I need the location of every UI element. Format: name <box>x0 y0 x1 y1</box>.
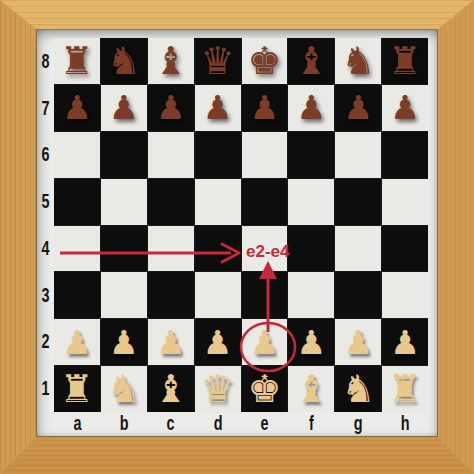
square-g8[interactable]: ♞ <box>335 38 381 84</box>
file-label-b: b <box>101 411 148 436</box>
piece-bb-c8[interactable]: ♝ <box>154 42 188 80</box>
square-c2[interactable]: ♟ <box>148 319 194 365</box>
square-e2[interactable]: ♟ <box>242 319 288 365</box>
piece-wp-a2[interactable]: ♟ <box>62 326 92 359</box>
square-h7[interactable]: ♟ <box>382 85 428 131</box>
square-e1[interactable]: ♚ <box>242 366 288 412</box>
square-g3[interactable] <box>335 272 381 318</box>
square-b5[interactable] <box>101 179 147 225</box>
square-f3[interactable] <box>288 272 334 318</box>
square-c1[interactable]: ♝ <box>148 366 194 412</box>
square-a2[interactable]: ♟ <box>54 319 100 365</box>
square-c4[interactable] <box>148 226 194 272</box>
rank-label-1: 1 <box>37 365 54 412</box>
rank-label-4: 4 <box>37 225 54 272</box>
square-h2[interactable]: ♟ <box>382 319 428 365</box>
square-d5[interactable] <box>195 179 241 225</box>
piece-bb-f8[interactable]: ♝ <box>294 42 328 80</box>
square-h1[interactable]: ♜ <box>382 366 428 412</box>
square-g1[interactable]: ♞ <box>335 366 381 412</box>
board-grid: ♜♞♝♛♚♝♞♜♟♟♟♟♟♟♟♟♟♟♟♟♟♟♟♟♜♞♝♛♚♝♞♜ <box>54 38 428 412</box>
square-f1[interactable]: ♝ <box>288 366 334 412</box>
piece-bp-c7[interactable]: ♟ <box>156 91 186 124</box>
square-g5[interactable] <box>335 179 381 225</box>
square-f2[interactable]: ♟ <box>288 319 334 365</box>
square-h8[interactable]: ♜ <box>382 38 428 84</box>
square-d2[interactable]: ♟ <box>195 319 241 365</box>
piece-wp-f2[interactable]: ♟ <box>297 326 327 359</box>
square-d7[interactable]: ♟ <box>195 85 241 131</box>
piece-wp-b2[interactable]: ♟ <box>109 326 139 359</box>
square-g4[interactable] <box>335 226 381 272</box>
square-a5[interactable] <box>54 179 100 225</box>
square-d4[interactable] <box>195 226 241 272</box>
piece-bp-g7[interactable]: ♟ <box>343 91 373 124</box>
square-e7[interactable]: ♟ <box>242 85 288 131</box>
square-a1[interactable]: ♜ <box>54 366 100 412</box>
square-c5[interactable] <box>148 179 194 225</box>
square-a3[interactable] <box>54 272 100 318</box>
square-e8[interactable]: ♚ <box>242 38 288 84</box>
piece-bp-d7[interactable]: ♟ <box>203 91 233 124</box>
file-label-f: f <box>288 411 335 436</box>
piece-wp-c2[interactable]: ♟ <box>156 326 186 359</box>
piece-bp-f7[interactable]: ♟ <box>297 91 327 124</box>
square-h4[interactable] <box>382 226 428 272</box>
piece-bp-a7[interactable]: ♟ <box>62 91 92 124</box>
piece-wp-h2[interactable]: ♟ <box>390 326 420 359</box>
piece-br-h8[interactable]: ♜ <box>388 42 422 80</box>
square-g7[interactable]: ♟ <box>335 85 381 131</box>
piece-bp-b7[interactable]: ♟ <box>109 91 139 124</box>
piece-wb-f1[interactable]: ♝ <box>294 370 328 408</box>
square-c3[interactable] <box>148 272 194 318</box>
square-a4[interactable] <box>54 226 100 272</box>
square-g6[interactable] <box>335 132 381 178</box>
file-label-d: d <box>194 411 241 436</box>
piece-wn-b1[interactable]: ♞ <box>107 370 141 408</box>
rank-label-6: 6 <box>37 132 54 179</box>
square-f7[interactable]: ♟ <box>288 85 334 131</box>
piece-wp-g2[interactable]: ♟ <box>343 326 373 359</box>
move-label: e2-e4 <box>246 242 289 262</box>
square-c7[interactable]: ♟ <box>148 85 194 131</box>
file-label-c: c <box>148 411 195 436</box>
square-f8[interactable]: ♝ <box>288 38 334 84</box>
piece-bp-h7[interactable]: ♟ <box>390 91 420 124</box>
square-h3[interactable] <box>382 272 428 318</box>
file-labels: abcdefgh <box>54 411 428 436</box>
square-c6[interactable] <box>148 132 194 178</box>
piece-wr-a1[interactable]: ♜ <box>60 370 94 408</box>
square-b8[interactable]: ♞ <box>101 38 147 84</box>
piece-wb-c1[interactable]: ♝ <box>154 370 188 408</box>
square-b7[interactable]: ♟ <box>101 85 147 131</box>
square-e3[interactable] <box>242 272 288 318</box>
piece-wp-e2[interactable]: ♟ <box>250 326 280 359</box>
piece-br-a8[interactable]: ♜ <box>60 42 94 80</box>
square-f4[interactable] <box>288 226 334 272</box>
square-b1[interactable]: ♞ <box>101 366 147 412</box>
square-d3[interactable] <box>195 272 241 318</box>
square-h5[interactable] <box>382 179 428 225</box>
rank-label-2: 2 <box>37 319 54 366</box>
square-d6[interactable] <box>195 132 241 178</box>
square-d1[interactable]: ♛ <box>195 366 241 412</box>
file-label-h: h <box>381 411 428 436</box>
square-a8[interactable]: ♜ <box>54 38 100 84</box>
piece-bq-d8[interactable]: ♛ <box>201 42 235 80</box>
chessboard-photo: 87654321 abcdefgh ♜♞♝♛♚♝♞♜♟♟♟♟♟♟♟♟♟♟♟♟♟♟… <box>0 0 474 474</box>
piece-wr-h1[interactable]: ♜ <box>388 370 422 408</box>
piece-wn-g1[interactable]: ♞ <box>341 370 375 408</box>
rank-label-7: 7 <box>37 85 54 132</box>
piece-bp-e7[interactable]: ♟ <box>250 91 280 124</box>
piece-wq-d1[interactable]: ♛ <box>201 370 235 408</box>
square-c8[interactable]: ♝ <box>148 38 194 84</box>
file-label-g: g <box>335 411 382 436</box>
file-label-a: a <box>54 411 101 436</box>
square-b6[interactable] <box>101 132 147 178</box>
piece-bn-b8[interactable]: ♞ <box>107 42 141 80</box>
square-a6[interactable] <box>54 132 100 178</box>
piece-wk-e1[interactable]: ♚ <box>247 370 281 408</box>
piece-wp-d2[interactable]: ♟ <box>203 326 233 359</box>
rank-label-8: 8 <box>37 38 54 85</box>
piece-bk-e8[interactable]: ♚ <box>247 42 281 80</box>
square-h6[interactable] <box>382 132 428 178</box>
square-e5[interactable] <box>242 179 288 225</box>
square-e6[interactable] <box>242 132 288 178</box>
file-label-e: e <box>241 411 288 436</box>
rank-label-5: 5 <box>37 178 54 225</box>
rank-labels: 87654321 <box>37 38 54 412</box>
square-g2[interactable]: ♟ <box>335 319 381 365</box>
square-d8[interactable]: ♛ <box>195 38 241 84</box>
piece-bn-g8[interactable]: ♞ <box>341 42 375 80</box>
square-a7[interactable]: ♟ <box>54 85 100 131</box>
square-b4[interactable] <box>101 226 147 272</box>
square-f5[interactable] <box>288 179 334 225</box>
square-b3[interactable] <box>101 272 147 318</box>
rank-label-3: 3 <box>37 272 54 319</box>
square-b2[interactable]: ♟ <box>101 319 147 365</box>
square-f6[interactable] <box>288 132 334 178</box>
